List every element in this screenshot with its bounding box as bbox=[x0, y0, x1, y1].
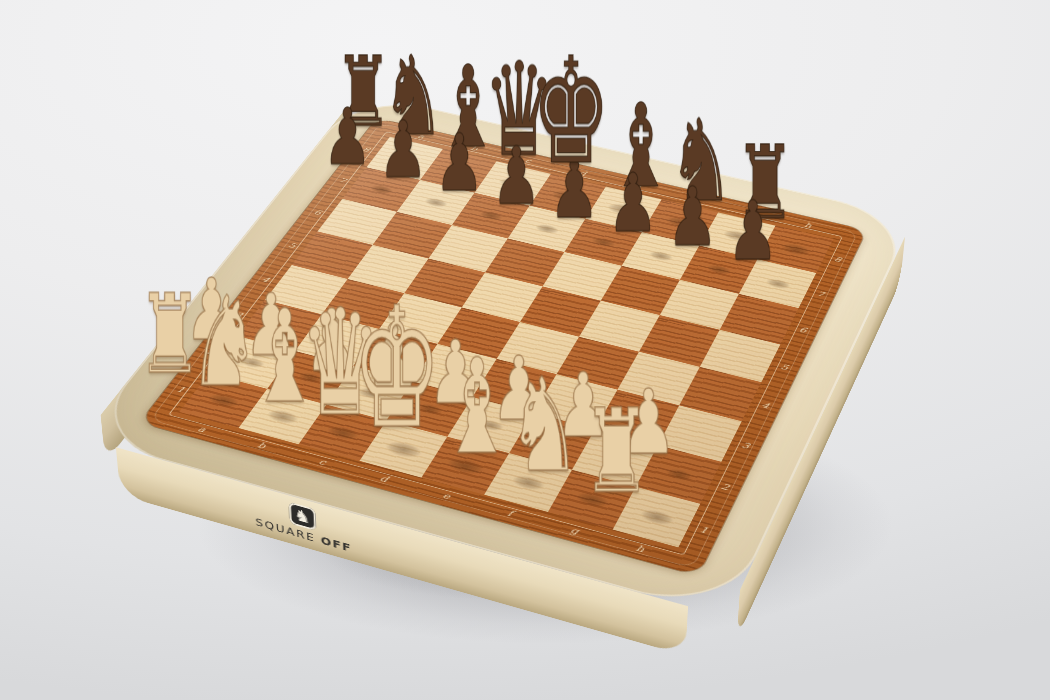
file-label-front-f: f bbox=[506, 508, 515, 518]
file-label-front-g: g bbox=[569, 525, 581, 536]
file-label-front-d: d bbox=[378, 473, 391, 484]
file-label-front-c: c bbox=[317, 457, 329, 467]
piece-glyph: ♞ bbox=[507, 361, 581, 490]
piece-glyph: ♟ bbox=[667, 176, 718, 257]
product-photo-scene: ♞ SQUARE OFF aa11bb22cc33dd44ee55ff66gg7… bbox=[0, 0, 1050, 700]
file-label-front-a: a bbox=[196, 424, 208, 434]
piece-glyph: ♟ bbox=[378, 111, 427, 189]
piece-glyph: ♟ bbox=[434, 123, 483, 202]
piece-glyph: ♟ bbox=[607, 163, 658, 243]
piece-glyph: ♝ bbox=[440, 340, 513, 471]
piece-glyph: ♟ bbox=[323, 98, 372, 176]
rank-label-right-6: 6 bbox=[798, 325, 808, 334]
piece-glyph: ♟ bbox=[727, 190, 778, 272]
brand-off: OFF bbox=[321, 534, 352, 555]
file-label-front-e: e bbox=[441, 490, 453, 501]
rank-label-left-6: 6 bbox=[312, 208, 323, 216]
rank-label-right-4: 4 bbox=[760, 400, 771, 410]
logo-knight-glyph: ♞ bbox=[294, 506, 311, 526]
rank-label-right-3: 3 bbox=[740, 440, 751, 450]
rank-label-right-2: 2 bbox=[720, 481, 732, 492]
rank-label-right-7: 7 bbox=[816, 289, 826, 298]
piece-glyph: ♚ bbox=[531, 38, 610, 185]
piece-glyph: ♜ bbox=[582, 393, 651, 509]
rank-label-right-8: 8 bbox=[833, 255, 843, 264]
piece-glyph: ♚ bbox=[352, 284, 442, 451]
